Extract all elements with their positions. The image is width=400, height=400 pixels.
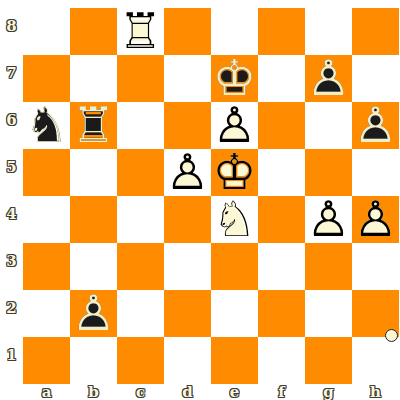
rank-label-6: 6 [0,96,23,143]
square-b8 [70,8,117,55]
square-d5: ♟︎♙︎ [164,149,211,196]
square-b5 [70,149,117,196]
knight-glyph-fill: ♞︎ [211,196,258,243]
square-e6: ♟︎♙︎ [211,102,258,149]
pawn-glyph-fill: ♟︎ [70,290,117,337]
side-to-move-indicator [385,329,398,342]
pawn-glyph-outline: ♙︎ [164,149,211,196]
square-c6 [117,102,164,149]
square-c7 [117,55,164,102]
square-b7 [70,55,117,102]
file-label-f: f [258,383,305,400]
square-f4 [258,196,305,243]
square-e5: ♚︎♔︎ [211,149,258,196]
king-glyph-fill: ♚︎ [211,149,258,196]
square-d4 [164,196,211,243]
rook-glyph-fill: ♜︎ [117,8,164,55]
square-a7 [23,55,70,102]
square-g6 [305,102,352,149]
square-e1 [211,337,258,384]
square-h8 [352,8,399,55]
rank-label-3: 3 [0,237,23,284]
square-b2: ♟︎♙︎ [70,290,117,337]
square-a2 [23,290,70,337]
pawn-glyph-fill: ♟︎ [211,102,258,149]
file-label-h: h [352,383,399,400]
piece-white-pawn: ♟︎♙︎ [164,149,211,196]
square-d6 [164,102,211,149]
pawn-glyph-outline: ♙︎ [70,290,117,337]
square-g2 [305,290,352,337]
pawn-glyph-fill: ♟︎ [164,149,211,196]
rank-label-8: 8 [0,2,23,49]
square-e4: ♞︎♘︎ [211,196,258,243]
square-g3 [305,243,352,290]
chess-board: ♜︎♖︎♚︎♔︎♟︎♙︎♞︎♘︎♜︎♖︎♟︎♙︎♟︎♙︎♟︎♙︎♚︎♔︎♞︎♘︎… [23,8,399,384]
square-h7 [352,55,399,102]
piece-white-king: ♚︎♔︎ [211,149,258,196]
piece-black-rook: ♜︎♖︎ [70,102,117,149]
pawn-glyph-fill: ♟︎ [352,196,399,243]
square-e3 [211,243,258,290]
rank-label-4: 4 [0,190,23,237]
rank-label-7: 7 [0,49,23,96]
rank-label-2: 2 [0,284,23,331]
square-f2 [258,290,305,337]
king-glyph-fill: ♚︎ [211,55,258,102]
file-label-d: d [164,383,211,400]
pawn-glyph-outline: ♙︎ [211,102,258,149]
square-a4 [23,196,70,243]
square-h3 [352,243,399,290]
pawn-glyph-fill: ♟︎ [305,196,352,243]
square-b3 [70,243,117,290]
square-h4: ♟︎♙︎ [352,196,399,243]
piece-white-pawn: ♟︎♙︎ [352,196,399,243]
file-label-g: g [305,383,352,400]
pawn-glyph-outline: ♙︎ [352,102,399,149]
piece-white-pawn: ♟︎♙︎ [211,102,258,149]
square-f5 [258,149,305,196]
file-label-b: b [70,383,117,400]
king-glyph-outline: ♔︎ [211,149,258,196]
square-f3 [258,243,305,290]
square-f8 [258,8,305,55]
knight-glyph-fill: ♞︎ [23,102,70,149]
pawn-glyph-outline: ♙︎ [305,55,352,102]
square-c8: ♜︎♖︎ [117,8,164,55]
rook-glyph-outline: ♖︎ [70,102,117,149]
square-g8 [305,8,352,55]
square-a6: ♞︎♘︎ [23,102,70,149]
square-a5 [23,149,70,196]
rook-glyph-outline: ♖︎ [117,8,164,55]
knight-glyph-outline: ♘︎ [211,196,258,243]
file-label-c: c [117,383,164,400]
square-h5 [352,149,399,196]
square-h1 [352,337,399,384]
pawn-glyph-fill: ♟︎ [305,55,352,102]
square-g5 [305,149,352,196]
square-d1 [164,337,211,384]
piece-black-pawn: ♟︎♙︎ [305,55,352,102]
square-d8 [164,8,211,55]
piece-white-knight: ♞︎♘︎ [211,196,258,243]
knight-glyph-outline: ♘︎ [23,102,70,149]
chess-diagram: ♜︎♖︎♚︎♔︎♟︎♙︎♞︎♘︎♜︎♖︎♟︎♙︎♟︎♙︎♟︎♙︎♚︎♔︎♞︎♘︎… [0,0,400,400]
pawn-glyph-fill: ♟︎ [352,102,399,149]
square-e2 [211,290,258,337]
piece-white-pawn: ♟︎♙︎ [305,196,352,243]
square-f7 [258,55,305,102]
piece-black-knight: ♞︎♘︎ [23,102,70,149]
pawn-glyph-outline: ♙︎ [352,196,399,243]
file-label-e: e [211,383,258,400]
piece-black-pawn: ♟︎♙︎ [352,102,399,149]
square-a8 [23,8,70,55]
square-d2 [164,290,211,337]
piece-white-rook: ♜︎♖︎ [117,8,164,55]
piece-black-king: ♚︎♔︎ [211,55,258,102]
square-d7 [164,55,211,102]
square-b4 [70,196,117,243]
square-e7: ♚︎♔︎ [211,55,258,102]
square-f6 [258,102,305,149]
piece-black-pawn: ♟︎♙︎ [70,290,117,337]
square-a1 [23,337,70,384]
rank-label-1: 1 [0,331,23,378]
square-a3 [23,243,70,290]
pawn-glyph-outline: ♙︎ [305,196,352,243]
square-c5 [117,149,164,196]
square-c2 [117,290,164,337]
file-label-a: a [23,383,70,400]
square-g1 [305,337,352,384]
square-b6: ♜︎♖︎ [70,102,117,149]
rook-glyph-fill: ♜︎ [70,102,117,149]
square-c3 [117,243,164,290]
king-glyph-outline: ♔︎ [211,55,258,102]
square-d3 [164,243,211,290]
square-g7: ♟︎♙︎ [305,55,352,102]
square-e8 [211,8,258,55]
square-c1 [117,337,164,384]
square-g4: ♟︎♙︎ [305,196,352,243]
square-b1 [70,337,117,384]
rank-label-5: 5 [0,143,23,190]
square-f1 [258,337,305,384]
square-c4 [117,196,164,243]
square-h6: ♟︎♙︎ [352,102,399,149]
